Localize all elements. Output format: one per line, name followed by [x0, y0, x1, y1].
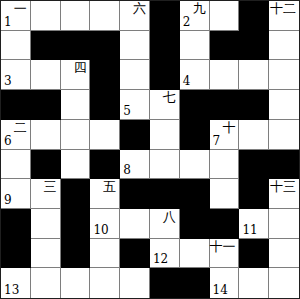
block-r4c4: [120, 120, 150, 150]
down-label: 十: [222, 120, 235, 135]
cell-r8c1[interactable]: [31, 239, 61, 269]
block-r8c8: [239, 239, 269, 269]
cell-r9c9[interactable]: [269, 268, 299, 298]
cell-r0c4[interactable]: 六: [120, 1, 150, 31]
across-number: 10: [93, 224, 108, 236]
cell-r9c2[interactable]: [61, 268, 91, 298]
block-r0c8: [239, 1, 269, 31]
cell-r9c7[interactable]: 14: [210, 268, 240, 298]
across-number: 4: [183, 75, 191, 87]
down-label: 七: [163, 90, 176, 105]
cell-r7c1[interactable]: [31, 209, 61, 239]
cell-r6c7[interactable]: [210, 179, 240, 209]
block-r8c4: [120, 239, 150, 269]
down-label: 二: [14, 120, 27, 135]
block-r1c7: [210, 31, 240, 61]
cell-r1c0[interactable]: [1, 31, 31, 61]
cell-r3c2[interactable]: [61, 90, 91, 120]
down-label: 一: [14, 1, 27, 16]
block-r6c6: [180, 179, 210, 209]
block-r4c6: [180, 120, 210, 150]
block-r5c9: [269, 150, 299, 180]
cell-r2c4[interactable]: [120, 60, 150, 90]
cell-r0c2[interactable]: [61, 1, 91, 31]
down-label: 三: [44, 179, 57, 194]
across-number: 2: [183, 16, 191, 28]
cell-r9c3[interactable]: [90, 268, 120, 298]
across-number: 14: [213, 284, 228, 296]
cell-r8c3[interactable]: [90, 239, 120, 269]
cell-r6c0[interactable]: 9: [1, 179, 31, 209]
cell-r5c6[interactable]: [180, 150, 210, 180]
block-r3c6: [180, 90, 210, 120]
cell-r2c1[interactable]: [31, 60, 61, 90]
block-r3c7: [210, 90, 240, 120]
block-r3c1: [31, 90, 61, 120]
cell-r0c1[interactable]: [31, 1, 61, 31]
block-r5c3: [90, 150, 120, 180]
cell-r7c8[interactable]: 11: [239, 209, 269, 239]
across-number: 7: [213, 135, 221, 147]
cell-r7c4[interactable]: [120, 209, 150, 239]
across-number: 5: [123, 105, 131, 117]
block-r8c2: [61, 239, 91, 269]
block-r3c8: [239, 90, 269, 120]
cell-r2c2[interactable]: 四: [61, 60, 91, 90]
block-r9c6: [180, 268, 210, 298]
cell-r6c3[interactable]: 五: [90, 179, 120, 209]
cell-r5c4[interactable]: 8: [120, 150, 150, 180]
cell-r8c7[interactable]: 十一: [210, 239, 240, 269]
cell-r3c4[interactable]: 5: [120, 90, 150, 120]
down-label: 十三: [270, 179, 296, 194]
down-label: 十二: [270, 1, 296, 16]
cell-r5c5[interactable]: [150, 150, 180, 180]
across-number: 1: [4, 16, 12, 28]
cell-r8c6[interactable]: [180, 239, 210, 269]
cell-r7c3[interactable]: 10: [90, 209, 120, 239]
cell-r9c0[interactable]: 13: [1, 268, 31, 298]
cell-r0c9[interactable]: 十二: [269, 1, 299, 31]
cell-r4c3[interactable]: [90, 120, 120, 150]
cell-r9c1[interactable]: [31, 268, 61, 298]
block-r2c3: [90, 60, 120, 90]
block-r5c1: [31, 150, 61, 180]
block-r9c5: [150, 268, 180, 298]
cell-r0c7[interactable]: [210, 1, 240, 31]
block-r7c7: [210, 209, 240, 239]
cell-r1c9[interactable]: [269, 31, 299, 61]
down-label: 十一: [209, 239, 235, 254]
cell-r3c9[interactable]: [269, 90, 299, 120]
cell-r8c9[interactable]: [269, 239, 299, 269]
across-number: 6: [4, 135, 12, 147]
cell-r4c0[interactable]: 二6: [1, 120, 31, 150]
block-r1c1: [31, 31, 61, 61]
down-label: 八: [163, 209, 176, 224]
cell-r5c2[interactable]: [61, 150, 91, 180]
cell-r4c9[interactable]: [269, 120, 299, 150]
cell-r8c5[interactable]: 12: [150, 239, 180, 269]
down-label: 九: [193, 1, 206, 16]
block-r0c5: [150, 1, 180, 31]
cell-r5c7[interactable]: [210, 150, 240, 180]
cell-r2c0[interactable]: 3: [1, 60, 31, 90]
across-number: 11: [242, 224, 257, 236]
down-label: 四: [73, 60, 86, 75]
cell-r1c6[interactable]: [180, 31, 210, 61]
cell-r0c6[interactable]: 九2: [180, 1, 210, 31]
block-r7c6: [180, 209, 210, 239]
cell-r4c5[interactable]: [150, 120, 180, 150]
cell-r2c6[interactable]: 4: [180, 60, 210, 90]
block-r3c0: [1, 90, 31, 120]
cell-r5c0[interactable]: [1, 150, 31, 180]
cell-r6c9[interactable]: 十三: [269, 179, 299, 209]
block-r8c0: [1, 239, 31, 269]
block-r7c0: [1, 209, 31, 239]
block-r1c8: [239, 31, 269, 61]
across-number: 3: [4, 75, 12, 87]
cell-r1c4[interactable]: [120, 31, 150, 61]
cell-r7c9[interactable]: [269, 209, 299, 239]
cell-r2c7[interactable]: [210, 60, 240, 90]
cell-r4c1[interactable]: [31, 120, 61, 150]
down-label: 六: [133, 1, 146, 16]
block-r1c5: [150, 31, 180, 61]
cell-r9c8[interactable]: [239, 268, 269, 298]
cell-r4c2[interactable]: [61, 120, 91, 150]
block-r2c5: [150, 60, 180, 90]
cell-r4c7[interactable]: 十7: [210, 120, 240, 150]
across-number: 12: [153, 253, 168, 265]
cell-r9c4[interactable]: [120, 268, 150, 298]
block-r6c8: [239, 179, 269, 209]
cell-r0c3[interactable]: [90, 1, 120, 31]
block-r5c8: [239, 150, 269, 180]
crossword-board: 一1六九2十二3四45七二6十789三五十三10八1112十一1314: [0, 0, 300, 299]
cell-r0c0[interactable]: 一1: [1, 1, 31, 31]
block-r3c3: [90, 90, 120, 120]
cell-r2c9[interactable]: [269, 60, 299, 90]
across-number: 13: [4, 284, 19, 296]
block-r6c4: [120, 179, 150, 209]
cell-r2c8[interactable]: [239, 60, 269, 90]
block-r6c2: [61, 179, 91, 209]
cell-r6c1[interactable]: 三: [31, 179, 61, 209]
across-number: 9: [4, 194, 12, 206]
cell-r4c8[interactable]: [239, 120, 269, 150]
cell-r7c5[interactable]: 八: [150, 209, 180, 239]
across-number: 8: [123, 164, 131, 176]
block-r1c2: [61, 31, 91, 61]
block-r7c2: [61, 209, 91, 239]
block-r6c5: [150, 179, 180, 209]
block-r1c3: [90, 31, 120, 61]
cell-r3c5[interactable]: 七: [150, 90, 180, 120]
down-label: 五: [103, 179, 116, 194]
